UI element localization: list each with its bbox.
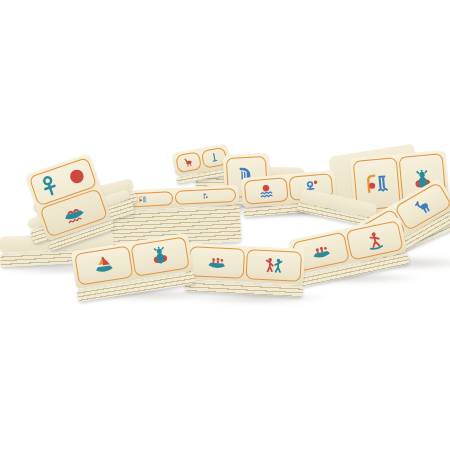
tile-half [130, 237, 189, 277]
sunwater-icon [252, 181, 281, 202]
dancers-icon [256, 253, 292, 278]
tile-half [74, 245, 133, 285]
boatfig-icon [199, 250, 235, 275]
redbird-icon [180, 154, 197, 170]
chain-tile-2[interactable] [185, 243, 305, 297]
tile-face [185, 243, 305, 285]
product-photo-scene [0, 0, 450, 450]
scarab-icon [141, 241, 179, 271]
tile-half [246, 249, 302, 282]
tile-half [189, 246, 245, 279]
tile-half [244, 177, 289, 205]
temple-icon [361, 163, 392, 206]
bluepole-icon [206, 150, 223, 166]
flagboat-icon [186, 190, 225, 202]
dancerred-icon [356, 225, 394, 255]
tile-half [175, 188, 237, 205]
sailboat-icon [85, 250, 123, 280]
tile-half [175, 151, 202, 173]
boatfig-icon [302, 237, 340, 267]
